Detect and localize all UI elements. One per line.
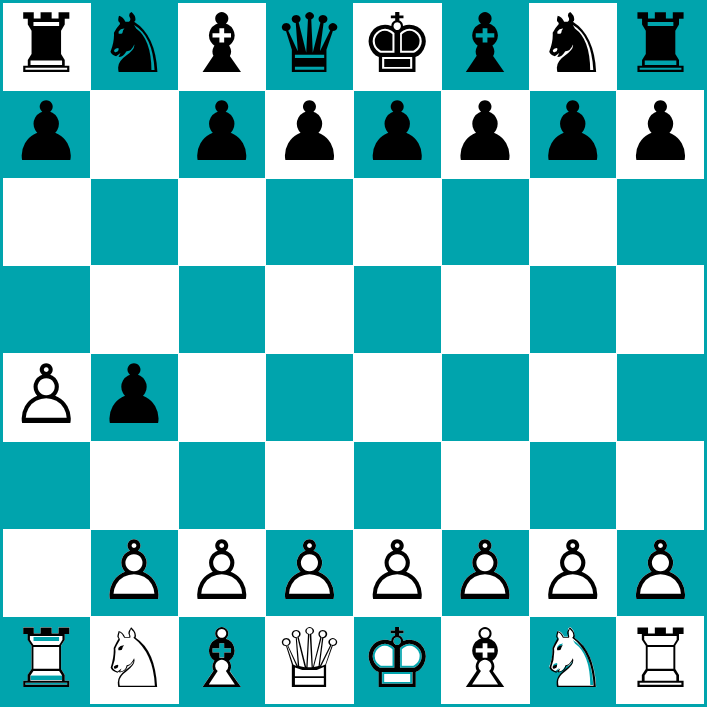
square-d5[interactable] bbox=[266, 266, 353, 353]
square-h6[interactable] bbox=[617, 179, 704, 266]
square-b2[interactable]: ♟♙ bbox=[91, 530, 178, 617]
piece-white-rook[interactable]: ♜♖ bbox=[10, 618, 84, 700]
square-c7[interactable]: ♟ bbox=[179, 91, 266, 178]
square-b1[interactable]: ♞♘ bbox=[91, 617, 178, 704]
square-c4[interactable] bbox=[179, 354, 266, 441]
square-a1[interactable]: ♜♖ bbox=[3, 617, 90, 704]
pawn-glyph: ♟ bbox=[536, 84, 610, 179]
pawn-outline: ♙ bbox=[185, 523, 259, 618]
square-c3[interactable] bbox=[179, 442, 266, 529]
piece-black-pawn[interactable]: ♟ bbox=[536, 91, 610, 173]
piece-white-bishop[interactable]: ♝♗ bbox=[185, 618, 259, 700]
square-d4[interactable] bbox=[266, 354, 353, 441]
square-d2[interactable]: ♟♙ bbox=[266, 530, 353, 617]
square-g7[interactable]: ♟ bbox=[530, 91, 617, 178]
square-g3[interactable] bbox=[530, 442, 617, 529]
piece-black-king[interactable]: ♚ bbox=[361, 3, 435, 85]
piece-black-pawn[interactable]: ♟ bbox=[185, 91, 259, 173]
square-b5[interactable] bbox=[91, 266, 178, 353]
piece-white-pawn[interactable]: ♟♙ bbox=[97, 530, 171, 612]
pawn-outline: ♙ bbox=[97, 523, 171, 618]
square-f1[interactable]: ♝♗ bbox=[442, 617, 529, 704]
pawn-outline: ♙ bbox=[273, 523, 347, 618]
square-g2[interactable]: ♟♙ bbox=[530, 530, 617, 617]
piece-black-rook[interactable]: ♜ bbox=[10, 3, 84, 85]
piece-black-knight[interactable]: ♞ bbox=[536, 3, 610, 85]
square-e1[interactable]: ♚♔ bbox=[354, 617, 441, 704]
square-b7[interactable] bbox=[91, 91, 178, 178]
square-d7[interactable]: ♟ bbox=[266, 91, 353, 178]
piece-black-rook[interactable]: ♜ bbox=[624, 3, 698, 85]
square-c5[interactable] bbox=[179, 266, 266, 353]
piece-white-knight[interactable]: ♞♘ bbox=[97, 618, 171, 700]
pawn-outline: ♙ bbox=[448, 523, 522, 618]
square-c8[interactable]: ♝ bbox=[179, 3, 266, 90]
piece-black-pawn[interactable]: ♟ bbox=[273, 91, 347, 173]
rook-glyph: ♜ bbox=[624, 0, 698, 91]
pawn-glyph: ♟ bbox=[448, 84, 522, 179]
piece-white-knight[interactable]: ♞♘ bbox=[536, 618, 610, 700]
pawn-outline: ♙ bbox=[624, 523, 698, 618]
square-b4[interactable]: ♟ bbox=[91, 354, 178, 441]
rook-outline: ♖ bbox=[10, 611, 84, 706]
square-h1[interactable]: ♜♖ bbox=[617, 617, 704, 704]
pawn-outline: ♙ bbox=[536, 523, 610, 618]
queen-glyph: ♛ bbox=[273, 0, 347, 91]
square-g8[interactable]: ♞ bbox=[530, 3, 617, 90]
pawn-glyph: ♟ bbox=[273, 84, 347, 179]
square-h5[interactable] bbox=[617, 266, 704, 353]
pawn-glyph: ♟ bbox=[185, 84, 259, 179]
square-f7[interactable]: ♟ bbox=[442, 91, 529, 178]
square-g4[interactable] bbox=[530, 354, 617, 441]
piece-black-bishop[interactable]: ♝ bbox=[448, 3, 522, 85]
pawn-glyph: ♟ bbox=[361, 84, 435, 179]
square-a5[interactable] bbox=[3, 266, 90, 353]
king-outline: ♔ bbox=[361, 611, 435, 706]
square-b8[interactable]: ♞ bbox=[91, 3, 178, 90]
piece-white-queen[interactable]: ♛♕ bbox=[273, 618, 347, 700]
piece-black-pawn[interactable]: ♟ bbox=[361, 91, 435, 173]
piece-white-pawn[interactable]: ♟♙ bbox=[273, 530, 347, 612]
square-c2[interactable]: ♟♙ bbox=[179, 530, 266, 617]
square-f8[interactable]: ♝ bbox=[442, 3, 529, 90]
piece-black-pawn[interactable]: ♟ bbox=[97, 354, 171, 436]
square-e7[interactable]: ♟ bbox=[354, 91, 441, 178]
square-h8[interactable]: ♜ bbox=[617, 3, 704, 90]
piece-white-pawn[interactable]: ♟♙ bbox=[448, 530, 522, 612]
piece-white-pawn[interactable]: ♟♙ bbox=[361, 530, 435, 612]
knight-glyph: ♞ bbox=[97, 0, 171, 91]
bishop-outline: ♗ bbox=[448, 611, 522, 706]
piece-black-knight[interactable]: ♞ bbox=[97, 3, 171, 85]
square-g5[interactable] bbox=[530, 266, 617, 353]
square-b6[interactable] bbox=[91, 179, 178, 266]
bishop-glyph: ♝ bbox=[185, 0, 259, 91]
square-f2[interactable]: ♟♙ bbox=[442, 530, 529, 617]
square-a2[interactable] bbox=[3, 530, 90, 617]
piece-black-pawn[interactable]: ♟ bbox=[10, 91, 84, 173]
piece-white-king[interactable]: ♚♔ bbox=[361, 618, 435, 700]
knight-outline: ♘ bbox=[536, 611, 610, 706]
piece-white-rook[interactable]: ♜♖ bbox=[624, 618, 698, 700]
pawn-glyph: ♟ bbox=[97, 347, 171, 442]
square-e2[interactable]: ♟♙ bbox=[354, 530, 441, 617]
chessboard: ♜♞♝♛♚♝♞♜♟♟♟♟♟♟♟♟♙♟♟♙♟♙♟♙♟♙♟♙♟♙♟♙♜♖♞♘♝♗♛♕… bbox=[0, 0, 707, 707]
piece-white-bishop[interactable]: ♝♗ bbox=[448, 618, 522, 700]
square-c6[interactable] bbox=[179, 179, 266, 266]
square-h2[interactable]: ♟♙ bbox=[617, 530, 704, 617]
square-f3[interactable] bbox=[442, 442, 529, 529]
piece-white-pawn[interactable]: ♟♙ bbox=[185, 530, 259, 612]
piece-black-queen[interactable]: ♛ bbox=[273, 3, 347, 85]
square-h3[interactable] bbox=[617, 442, 704, 529]
square-g6[interactable] bbox=[530, 179, 617, 266]
square-g1[interactable]: ♞♘ bbox=[530, 617, 617, 704]
square-e4[interactable] bbox=[354, 354, 441, 441]
pawn-glyph: ♟ bbox=[10, 84, 84, 179]
piece-black-pawn[interactable]: ♟ bbox=[624, 91, 698, 173]
pawn-outline: ♙ bbox=[361, 523, 435, 618]
square-a3[interactable] bbox=[3, 442, 90, 529]
rook-outline: ♖ bbox=[624, 611, 698, 706]
piece-white-pawn[interactable]: ♟♙ bbox=[10, 354, 84, 436]
square-a4[interactable]: ♟♙ bbox=[3, 354, 90, 441]
bishop-outline: ♗ bbox=[185, 611, 259, 706]
square-d6[interactable] bbox=[266, 179, 353, 266]
pawn-outline: ♙ bbox=[10, 347, 84, 442]
rook-glyph: ♜ bbox=[10, 0, 84, 91]
queen-outline: ♕ bbox=[273, 611, 347, 706]
piece-white-pawn[interactable]: ♟♙ bbox=[624, 530, 698, 612]
piece-black-pawn[interactable]: ♟ bbox=[448, 91, 522, 173]
square-f6[interactable] bbox=[442, 179, 529, 266]
knight-outline: ♘ bbox=[97, 611, 171, 706]
square-b3[interactable] bbox=[91, 442, 178, 529]
square-a6[interactable] bbox=[3, 179, 90, 266]
square-a7[interactable]: ♟ bbox=[3, 91, 90, 178]
square-f4[interactable] bbox=[442, 354, 529, 441]
square-d8[interactable]: ♛ bbox=[266, 3, 353, 90]
piece-white-pawn[interactable]: ♟♙ bbox=[536, 530, 610, 612]
square-c1[interactable]: ♝♗ bbox=[179, 617, 266, 704]
square-h4[interactable] bbox=[617, 354, 704, 441]
square-h7[interactable]: ♟ bbox=[617, 91, 704, 178]
square-e8[interactable]: ♚ bbox=[354, 3, 441, 90]
square-e6[interactable] bbox=[354, 179, 441, 266]
square-d1[interactable]: ♛♕ bbox=[266, 617, 353, 704]
piece-black-bishop[interactable]: ♝ bbox=[185, 3, 259, 85]
square-d3[interactable] bbox=[266, 442, 353, 529]
bishop-glyph: ♝ bbox=[448, 0, 522, 91]
square-a8[interactable]: ♜ bbox=[3, 3, 90, 90]
knight-glyph: ♞ bbox=[536, 0, 610, 91]
square-e3[interactable] bbox=[354, 442, 441, 529]
pawn-glyph: ♟ bbox=[624, 84, 698, 179]
square-f5[interactable] bbox=[442, 266, 529, 353]
square-e5[interactable] bbox=[354, 266, 441, 353]
king-glyph: ♚ bbox=[361, 0, 435, 91]
